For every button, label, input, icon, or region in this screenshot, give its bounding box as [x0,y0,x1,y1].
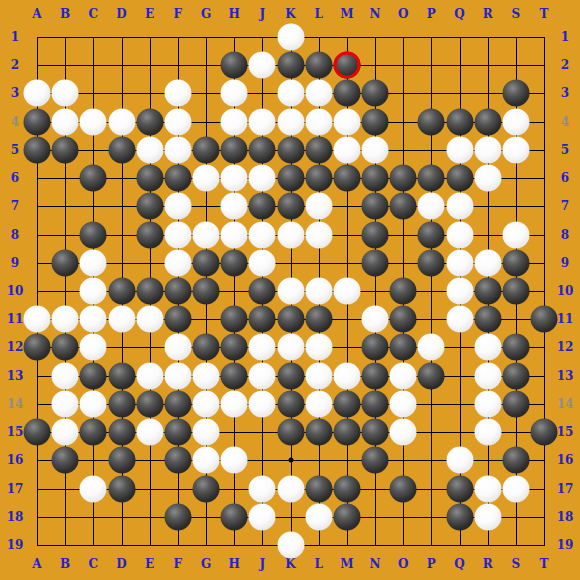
stone-white [164,136,191,163]
stone-black [52,249,79,276]
stone-white [474,334,501,361]
coordinate-label: R [483,7,493,21]
stone-black [277,52,304,79]
stone-white [277,24,304,51]
stone-black [390,278,417,305]
stone-white [305,390,332,417]
coordinate-label: R [483,557,493,571]
coordinate-label: D [116,557,126,571]
stone-white [305,334,332,361]
coordinate-label: 15 [7,425,24,439]
stone-black [193,334,220,361]
stone-black [164,306,191,333]
stone-black [390,334,417,361]
coordinate-label: F [174,7,183,21]
stone-white [221,108,248,135]
stone-black [333,419,360,446]
go-board[interactable]: AABBCCDDEEFFGGHHJJKKLLMMNNOOPPQQRRSSTT11… [0,0,580,580]
stone-white [474,136,501,163]
stone-black [502,278,529,305]
stone-white [80,475,107,502]
coordinate-label: 2 [561,58,569,72]
stone-black [305,136,332,163]
stone-white [277,334,304,361]
stone-black [390,165,417,192]
coordinate-label: 18 [557,510,574,524]
stone-black [164,447,191,474]
stone-white [221,447,248,474]
stone-white [418,334,445,361]
stone-black [502,390,529,417]
coordinate-label: 8 [561,228,569,242]
stone-white [277,108,304,135]
coordinate-label: P [427,7,436,21]
stone-black [502,447,529,474]
coordinate-label: 2 [11,58,19,72]
stone-white [305,193,332,220]
stone-white [277,278,304,305]
coordinate-label: G [201,557,211,571]
coordinate-label: 13 [7,369,24,383]
stone-black [531,419,558,446]
stone-white [249,503,276,530]
stone-black [80,165,107,192]
stone-white [80,390,107,417]
stone-black [164,165,191,192]
stone-white [193,390,220,417]
stone-white [277,532,304,559]
stone-black [362,447,389,474]
stone-white [136,306,163,333]
coordinate-label: S [511,7,520,21]
coordinate-label: G [201,7,211,21]
stone-white [249,334,276,361]
stone-white [221,193,248,220]
stone-black [502,80,529,107]
stone-white [305,503,332,530]
coordinate-label: J [259,7,265,21]
stone-white [80,334,107,361]
coordinate-label: L [314,7,322,21]
stone-white [502,136,529,163]
coordinate-label: 9 [561,256,569,270]
stone-white [502,475,529,502]
coordinate-label: 15 [557,425,574,439]
stone-black [305,52,332,79]
stone-white [193,447,220,474]
stone-white [108,306,135,333]
coordinate-label: 17 [557,482,574,496]
stone-black [418,165,445,192]
stone-black [305,475,332,502]
stone-black [446,165,473,192]
stone-black [108,278,135,305]
stone-black [221,306,248,333]
coordinate-label: C [89,557,99,571]
coordinate-label: 12 [7,340,24,354]
stone-white [164,221,191,248]
stone-white [333,136,360,163]
stone-black [362,419,389,446]
stone-white [502,108,529,135]
stone-white [277,221,304,248]
stone-black [277,362,304,389]
stone-black [390,193,417,220]
stone-black [24,334,51,361]
stone-white [80,249,107,276]
stone-white [305,278,332,305]
stone-black [221,503,248,530]
stone-white [221,165,248,192]
stone-white [305,108,332,135]
stone-white [277,80,304,107]
stone-black [418,249,445,276]
stone-black [446,475,473,502]
coordinate-label: 7 [11,199,19,213]
stone-white [193,419,220,446]
stone-black [249,306,276,333]
coordinate-label: 14 [557,397,574,411]
stone-black [362,249,389,276]
coordinate-label: 4 [561,115,569,129]
stone-white [80,306,107,333]
coordinate-label: 11 [557,312,574,326]
stone-black [418,362,445,389]
coordinate-label: B [60,7,70,21]
stone-black [108,447,135,474]
stone-white [362,306,389,333]
stone-black [164,503,191,530]
stone-black [221,249,248,276]
coordinate-label: 8 [11,228,19,242]
stone-black [390,306,417,333]
stone-black [474,306,501,333]
stone-black [333,80,360,107]
coordinate-label: Q [454,7,464,21]
coordinate-label: K [285,557,295,571]
stone-black [418,108,445,135]
stone-white [277,475,304,502]
stone-white [221,390,248,417]
stone-white [193,165,220,192]
stone-white [52,390,79,417]
stone-white [52,306,79,333]
stone-white [390,419,417,446]
stone-black [164,419,191,446]
coordinate-label: 17 [7,482,24,496]
stone-white [164,108,191,135]
coordinate-label: K [285,7,295,21]
stone-black [418,221,445,248]
coordinate-label: J [259,557,265,571]
stone-black [362,362,389,389]
stone-white [108,108,135,135]
stone-white [474,362,501,389]
coordinate-label: 7 [561,199,569,213]
stone-white [52,362,79,389]
stone-black [333,503,360,530]
stone-white [164,362,191,389]
coordinate-label: P [427,557,436,571]
stone-black [333,390,360,417]
stone-white [333,362,360,389]
coordinate-label: 12 [557,340,574,354]
coordinate-label: T [540,7,549,21]
stone-black [531,306,558,333]
stone-black [164,278,191,305]
coordinate-label: 3 [11,86,19,100]
stone-white [221,80,248,107]
stone-white [446,221,473,248]
stone-black [136,390,163,417]
coordinate-label: 10 [557,284,574,298]
stone-white [474,249,501,276]
stone-black [362,193,389,220]
stone-black [474,278,501,305]
stone-black [221,362,248,389]
stone-black [108,136,135,163]
stone-white [474,419,501,446]
stone-white [305,80,332,107]
stone-white [52,419,79,446]
stone-black [221,136,248,163]
stone-black [136,193,163,220]
stone-black [193,475,220,502]
stone-white [474,475,501,502]
stone-black [108,475,135,502]
stone-black [249,136,276,163]
coordinate-label: 5 [11,143,19,157]
stone-white [249,475,276,502]
stone-black [136,278,163,305]
stone-black [136,221,163,248]
stone-black [193,249,220,276]
coordinate-label: 14 [7,397,24,411]
stone-black [305,165,332,192]
stone-black [80,419,107,446]
stone-white [446,278,473,305]
stone-black [24,108,51,135]
stone-black [277,136,304,163]
stone-white [305,221,332,248]
stone-black [277,306,304,333]
stone-white [333,278,360,305]
coordinate-label: O [398,7,408,21]
stone-white [249,390,276,417]
stone-black [362,165,389,192]
coordinate-label: 11 [7,312,24,326]
stone-black [80,221,107,248]
coordinate-label: C [89,7,99,21]
stone-white [446,136,473,163]
stone-white [52,80,79,107]
coordinate-label: F [174,557,183,571]
stone-black [80,362,107,389]
stone-black [362,108,389,135]
stone-black [249,278,276,305]
coordinate-label: 19 [557,538,574,552]
grid-line [544,37,545,546]
stone-black [390,475,417,502]
stone-black [24,136,51,163]
stone-black [277,390,304,417]
stone-black [277,419,304,446]
stone-white [418,193,445,220]
coordinate-label: 5 [561,143,569,157]
stone-white [24,306,51,333]
stone-black [502,249,529,276]
stone-white [502,221,529,248]
stone-white [390,362,417,389]
stone-white [193,362,220,389]
stone-black [221,334,248,361]
stone-black [305,419,332,446]
stone-black [249,193,276,220]
stone-black [52,447,79,474]
stone-white [249,165,276,192]
coordinate-label: 3 [561,86,569,100]
stone-white [80,108,107,135]
stone-white [164,193,191,220]
stone-white [249,221,276,248]
coordinate-label: A [32,557,41,571]
last-move-marker [333,52,360,79]
stone-white [333,108,360,135]
stone-white [249,52,276,79]
coordinate-label: 9 [11,256,19,270]
stone-black [24,419,51,446]
coordinate-label: 16 [7,453,24,467]
coordinate-label: M [340,7,353,21]
coordinate-label: T [540,557,549,571]
stone-white [249,362,276,389]
stone-black [362,334,389,361]
coordinate-label: N [370,7,381,21]
star-point [288,458,293,463]
coordinate-label: E [145,557,154,571]
coordinate-label: 10 [7,284,24,298]
go-board-screenshot: AABBCCDDEEFFGGHHJJKKLLMMNNOOPPQQRRSSTT11… [0,0,580,580]
stone-black [164,390,191,417]
stone-black [221,52,248,79]
stone-white [136,362,163,389]
coordinate-label: O [398,557,408,571]
coordinate-label: N [370,557,381,571]
stone-black [446,503,473,530]
stone-black [362,390,389,417]
coordinate-label: 6 [11,171,19,185]
stone-white [305,362,332,389]
stone-white [221,221,248,248]
stone-black [446,108,473,135]
stone-white [80,278,107,305]
stone-black [52,136,79,163]
coordinate-label: 18 [7,510,24,524]
stone-white [474,503,501,530]
stone-white [164,249,191,276]
stone-white [446,306,473,333]
stone-black [193,278,220,305]
stone-white [164,80,191,107]
coordinate-label: M [340,557,353,571]
stone-black [362,221,389,248]
coordinate-label: 13 [557,369,574,383]
stone-white [446,249,473,276]
stone-white [446,193,473,220]
stone-black [108,390,135,417]
stone-white [193,221,220,248]
stone-white [52,108,79,135]
coordinate-label: Q [454,557,464,571]
coordinate-label: S [511,557,520,571]
stone-white [249,108,276,135]
stone-white [164,334,191,361]
coordinate-label: 6 [561,171,569,185]
stone-black [502,334,529,361]
stone-white [390,390,417,417]
coordinate-label: H [228,557,239,571]
coordinate-label: 16 [557,453,574,467]
coordinate-label: 1 [561,30,569,44]
stone-black [362,80,389,107]
stone-white [446,447,473,474]
stone-black [52,334,79,361]
coordinate-label: L [314,557,322,571]
stone-black [474,108,501,135]
stone-black [502,362,529,389]
stone-white [136,419,163,446]
coordinate-label: H [228,7,239,21]
stone-white [24,80,51,107]
stone-white [474,390,501,417]
coordinate-label: E [145,7,154,21]
stone-black [136,108,163,135]
stone-black [277,165,304,192]
stone-black [136,165,163,192]
stone-black [305,306,332,333]
stone-white [362,136,389,163]
stone-white [249,249,276,276]
coordinate-label: B [60,557,70,571]
coordinate-label: A [32,7,41,21]
stone-black [108,362,135,389]
stone-black [108,419,135,446]
stone-white [136,136,163,163]
stone-black [333,475,360,502]
stone-black [277,193,304,220]
coordinate-label: 4 [11,115,19,129]
stone-black [333,165,360,192]
coordinate-label: D [116,7,126,21]
stone-white [474,165,501,192]
stone-black [193,136,220,163]
coordinate-label: 1 [11,30,19,44]
coordinate-label: 19 [7,538,24,552]
